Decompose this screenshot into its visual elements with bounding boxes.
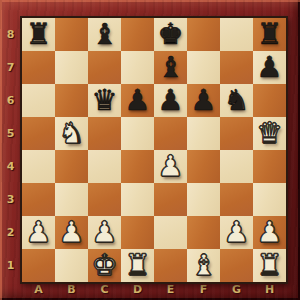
rank-label-1: 1 (2, 249, 19, 282)
piece-white-pawn[interactable]: ♟ (154, 150, 187, 183)
piece-white-pawn[interactable]: ♟ (22, 216, 55, 249)
square-c6[interactable]: ♛ (88, 84, 121, 117)
square-f2[interactable] (187, 216, 220, 249)
rank-label-6: 6 (2, 84, 19, 117)
piece-black-bishop[interactable]: ♝ (154, 51, 187, 84)
piece-white-knight[interactable]: ♞ (55, 117, 88, 150)
square-e6[interactable]: ♟ (154, 84, 187, 117)
square-g6[interactable]: ♞ (220, 84, 253, 117)
piece-white-bishop[interactable]: ♝ (187, 249, 220, 282)
square-c5[interactable] (88, 117, 121, 150)
piece-black-pawn[interactable]: ♟ (121, 84, 154, 117)
square-b5[interactable]: ♞ (55, 117, 88, 150)
square-a3[interactable] (22, 183, 55, 216)
square-g3[interactable] (220, 183, 253, 216)
square-a1[interactable] (22, 249, 55, 282)
square-h8[interactable]: ♜ (253, 18, 286, 51)
piece-white-pawn[interactable]: ♟ (253, 216, 286, 249)
square-g5[interactable] (220, 117, 253, 150)
rank-label-2: 2 (2, 216, 19, 249)
square-d3[interactable] (121, 183, 154, 216)
square-g8[interactable] (220, 18, 253, 51)
square-d7[interactable] (121, 51, 154, 84)
square-h7[interactable]: ♟ (253, 51, 286, 84)
square-c1[interactable]: ♚ (88, 249, 121, 282)
piece-white-pawn[interactable]: ♟ (88, 216, 121, 249)
rank-label-5: 5 (2, 117, 19, 150)
square-b2[interactable]: ♟ (55, 216, 88, 249)
square-f7[interactable] (187, 51, 220, 84)
square-e7[interactable]: ♝ (154, 51, 187, 84)
square-e5[interactable] (154, 117, 187, 150)
piece-white-rook[interactable]: ♜ (121, 249, 154, 282)
square-g2[interactable]: ♟ (220, 216, 253, 249)
piece-white-queen[interactable]: ♛ (253, 117, 286, 150)
square-e8[interactable]: ♚ (154, 18, 187, 51)
square-f8[interactable] (187, 18, 220, 51)
piece-white-pawn[interactable]: ♟ (220, 216, 253, 249)
square-c8[interactable]: ♝ (88, 18, 121, 51)
square-a2[interactable]: ♟ (22, 216, 55, 249)
square-e2[interactable] (154, 216, 187, 249)
square-f4[interactable] (187, 150, 220, 183)
square-d6[interactable]: ♟ (121, 84, 154, 117)
square-b7[interactable] (55, 51, 88, 84)
square-h5[interactable]: ♛ (253, 117, 286, 150)
square-d8[interactable] (121, 18, 154, 51)
square-d2[interactable] (121, 216, 154, 249)
square-h6[interactable] (253, 84, 286, 117)
piece-black-pawn[interactable]: ♟ (187, 84, 220, 117)
square-a5[interactable] (22, 117, 55, 150)
rank-label-8: 8 (2, 18, 19, 51)
square-a7[interactable] (22, 51, 55, 84)
square-g4[interactable] (220, 150, 253, 183)
square-a8[interactable]: ♜ (22, 18, 55, 51)
chess-board-frame: 87654321 ABCDEFGH ♜♝♚♜♝♟♛♟♟♟♞♞♛♟♟♟♟♟♟♚♜♝… (0, 0, 300, 300)
square-b1[interactable] (55, 249, 88, 282)
rank-label-3: 3 (2, 183, 19, 216)
chess-board: ♜♝♚♜♝♟♛♟♟♟♞♞♛♟♟♟♟♟♟♚♜♝♜ (20, 16, 288, 284)
square-b4[interactable] (55, 150, 88, 183)
square-b3[interactable] (55, 183, 88, 216)
piece-black-pawn[interactable]: ♟ (253, 51, 286, 84)
square-a6[interactable] (22, 84, 55, 117)
square-h2[interactable]: ♟ (253, 216, 286, 249)
square-c7[interactable] (88, 51, 121, 84)
square-b6[interactable] (55, 84, 88, 117)
piece-black-queen[interactable]: ♛ (88, 84, 121, 117)
square-e3[interactable] (154, 183, 187, 216)
piece-black-bishop[interactable]: ♝ (88, 18, 121, 51)
square-h3[interactable] (253, 183, 286, 216)
piece-black-king[interactable]: ♚ (154, 18, 187, 51)
square-d1[interactable]: ♜ (121, 249, 154, 282)
piece-white-king[interactable]: ♚ (88, 249, 121, 282)
square-e1[interactable] (154, 249, 187, 282)
square-c2[interactable]: ♟ (88, 216, 121, 249)
square-f1[interactable]: ♝ (187, 249, 220, 282)
square-f5[interactable] (187, 117, 220, 150)
square-d5[interactable] (121, 117, 154, 150)
square-f3[interactable] (187, 183, 220, 216)
piece-black-knight[interactable]: ♞ (220, 84, 253, 117)
square-h1[interactable]: ♜ (253, 249, 286, 282)
piece-white-pawn[interactable]: ♟ (55, 216, 88, 249)
piece-white-rook[interactable]: ♜ (253, 249, 286, 282)
square-h4[interactable] (253, 150, 286, 183)
piece-black-rook[interactable]: ♜ (253, 18, 286, 51)
piece-black-rook[interactable]: ♜ (22, 18, 55, 51)
square-a4[interactable] (22, 150, 55, 183)
square-c4[interactable] (88, 150, 121, 183)
square-d4[interactable] (121, 150, 154, 183)
rank-label-7: 7 (2, 51, 19, 84)
square-c3[interactable] (88, 183, 121, 216)
square-b8[interactable] (55, 18, 88, 51)
piece-black-pawn[interactable]: ♟ (154, 84, 187, 117)
rank-labels: 87654321 (2, 18, 19, 282)
square-g7[interactable] (220, 51, 253, 84)
square-f6[interactable]: ♟ (187, 84, 220, 117)
rank-label-4: 4 (2, 150, 19, 183)
square-e4[interactable]: ♟ (154, 150, 187, 183)
square-g1[interactable] (220, 249, 253, 282)
